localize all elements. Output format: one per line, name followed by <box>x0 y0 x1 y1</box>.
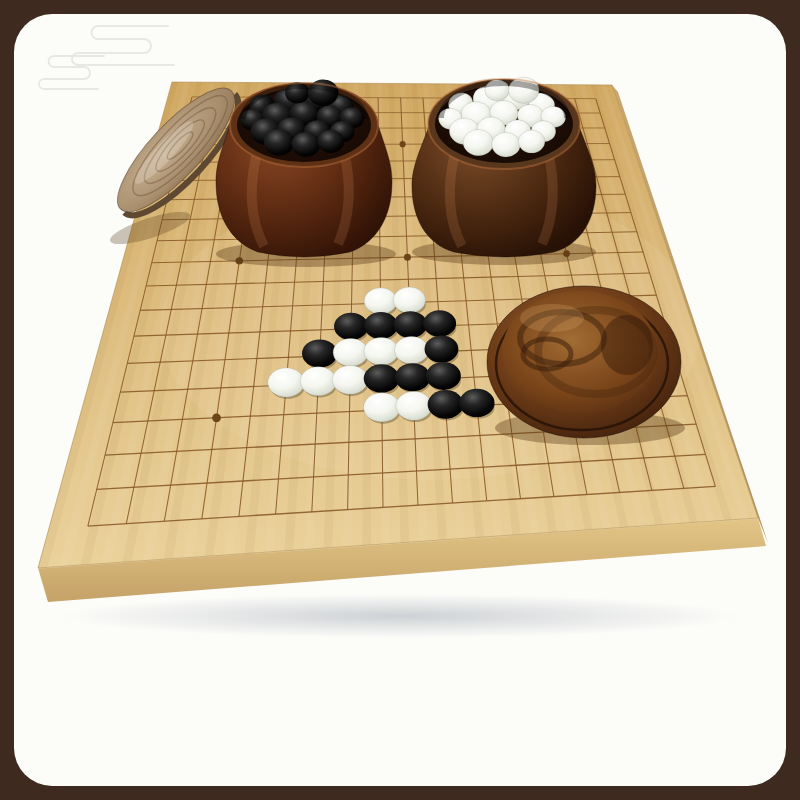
white-stone[interactable] <box>332 365 368 394</box>
black-stone[interactable] <box>394 311 427 338</box>
white-stone[interactable] <box>396 391 432 420</box>
lid-highlight <box>520 304 584 332</box>
cloud-line <box>72 26 174 65</box>
black-stone-in-bowl[interactable] <box>318 130 345 153</box>
black-stone[interactable] <box>459 389 494 417</box>
star-point <box>404 254 411 261</box>
white-stone[interactable] <box>364 337 399 365</box>
white-stone-in-bowl[interactable] <box>518 130 545 153</box>
lidded-bowl[interactable] <box>487 286 681 438</box>
table-shadow <box>62 594 738 638</box>
black-stone[interactable] <box>428 390 464 419</box>
black-stone[interactable] <box>364 312 398 339</box>
white-stone-in-bowl[interactable] <box>491 132 520 157</box>
black-stone[interactable] <box>302 339 337 367</box>
white-stone[interactable] <box>300 367 336 396</box>
black-stone[interactable] <box>426 362 461 390</box>
white-stones-bowl[interactable] <box>412 77 596 257</box>
go-set-scene <box>0 0 800 800</box>
black-stone[interactable] <box>425 335 459 362</box>
black-stones-bowl[interactable] <box>216 79 392 257</box>
white-stone[interactable] <box>364 288 397 314</box>
star-point <box>212 413 221 422</box>
black-stone[interactable] <box>364 364 400 392</box>
white-stone[interactable] <box>333 338 368 366</box>
white-stone[interactable] <box>364 393 401 422</box>
cloud-motif <box>39 26 174 89</box>
black-stone[interactable] <box>334 313 368 340</box>
white-stone[interactable] <box>268 368 305 397</box>
wood-knot <box>601 315 653 375</box>
black-stone[interactable] <box>423 310 456 336</box>
black-stone[interactable] <box>395 363 430 391</box>
white-stone[interactable] <box>393 287 425 313</box>
white-stone[interactable] <box>394 336 428 363</box>
star-point <box>400 141 406 147</box>
